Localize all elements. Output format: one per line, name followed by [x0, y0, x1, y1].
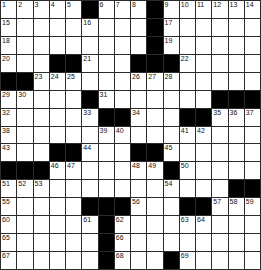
clue-number: 25 — [67, 73, 75, 81]
cell-r3c13[interactable] — [196, 37, 211, 54]
black-cell-r4c11 — [164, 55, 179, 72]
cell-r1c13[interactable]: 11 — [196, 1, 211, 18]
clue-number: 15 — [2, 19, 10, 27]
cell-r2c8[interactable] — [115, 19, 130, 36]
cell-r11c4[interactable] — [50, 180, 65, 197]
cell-r3c15[interactable] — [229, 37, 244, 54]
cell-r6c5[interactable] — [66, 91, 81, 108]
cell-r6c8[interactable] — [115, 91, 130, 108]
cell-r9c2[interactable] — [17, 144, 32, 161]
black-cell-r5c1 — [1, 73, 16, 90]
cell-r2c1[interactable]: 15 — [1, 19, 16, 36]
cell-r7c11[interactable] — [164, 109, 179, 126]
cell-r13c3[interactable] — [34, 216, 49, 233]
cell-r13c15[interactable] — [229, 216, 244, 233]
black-cell-r7c8 — [115, 109, 130, 126]
clue-number: 29 — [2, 91, 10, 99]
cell-r15c15[interactable] — [229, 252, 244, 269]
cell-r15c1[interactable]: 67 — [1, 252, 16, 269]
black-cell-r11c16 — [245, 180, 260, 197]
clue-number: 2 — [18, 1, 22, 9]
cell-r11c14[interactable] — [212, 180, 227, 197]
clue-number: 4 — [51, 1, 55, 9]
black-cell-r7c7 — [99, 109, 114, 126]
cell-r13c10[interactable] — [147, 216, 162, 233]
cell-r9c12[interactable] — [180, 144, 195, 161]
cell-r15c4[interactable] — [50, 252, 65, 269]
black-cell-r11c15 — [229, 180, 244, 197]
cell-r9c1[interactable]: 43 — [1, 144, 16, 161]
cell-r6c3[interactable] — [34, 91, 49, 108]
cell-r11c5[interactable] — [66, 180, 81, 197]
black-cell-r12c6 — [82, 198, 97, 215]
cell-r12c10[interactable] — [147, 198, 162, 215]
cell-r9c13[interactable] — [196, 144, 211, 161]
cell-r4c16[interactable] — [245, 55, 260, 72]
clue-number: 52 — [18, 180, 26, 188]
cell-r6c4[interactable] — [50, 91, 65, 108]
cell-r3c16[interactable] — [245, 37, 260, 54]
cell-r14c16[interactable] — [245, 234, 260, 251]
cell-r7c2[interactable] — [17, 109, 32, 126]
cell-r4c1[interactable]: 20 — [1, 55, 16, 72]
cell-r9c16[interactable] — [245, 144, 260, 161]
cell-r2c3[interactable] — [34, 19, 49, 36]
cell-r13c5[interactable] — [66, 216, 81, 233]
cell-r4c12[interactable]: 22 — [180, 55, 195, 72]
cell-r3c5[interactable] — [66, 37, 81, 54]
cell-r8c3[interactable] — [34, 127, 49, 144]
cell-r8c12[interactable]: 41 — [180, 127, 195, 144]
clue-number: 34 — [132, 109, 140, 117]
black-cell-r4c9 — [131, 55, 146, 72]
cell-r13c12[interactable]: 63 — [180, 216, 195, 233]
black-cell-r10c3 — [34, 162, 49, 179]
cell-r5c11[interactable]: 28 — [164, 73, 179, 90]
cell-r8c16[interactable] — [245, 127, 260, 144]
black-cell-r3c10 — [147, 37, 162, 54]
clue-number: 13 — [230, 1, 238, 9]
cell-r5c8[interactable] — [115, 73, 130, 90]
cell-r7c3[interactable] — [34, 109, 49, 126]
cell-r5c12[interactable] — [180, 73, 195, 90]
cell-r2c4[interactable] — [50, 19, 65, 36]
cell-r10c9[interactable]: 48 — [131, 162, 146, 179]
cell-r14c2[interactable] — [17, 234, 32, 251]
cell-r8c13[interactable]: 42 — [196, 127, 211, 144]
clue-number: 49 — [148, 162, 156, 170]
cell-r15c5[interactable] — [66, 252, 81, 269]
cell-r7c6[interactable]: 33 — [82, 109, 97, 126]
cell-r4c14[interactable] — [212, 55, 227, 72]
cell-r9c8[interactable] — [115, 144, 130, 161]
cell-r4c13[interactable] — [196, 55, 211, 72]
cell-r12c16[interactable]: 59 — [245, 198, 260, 215]
cell-r13c16[interactable] — [245, 216, 260, 233]
cell-r14c14[interactable] — [212, 234, 227, 251]
black-cell-r4c4 — [50, 55, 65, 72]
cell-r10c14[interactable] — [212, 162, 227, 179]
black-cell-r6c14 — [212, 91, 227, 108]
clue-number: 55 — [2, 198, 10, 206]
cell-r5c10[interactable]: 27 — [147, 73, 162, 90]
clue-number: 67 — [2, 252, 10, 260]
cell-r15c8[interactable]: 68 — [115, 252, 130, 269]
clue-number: 32 — [2, 109, 10, 117]
cell-r15c9[interactable] — [131, 252, 146, 269]
cell-r8c9[interactable] — [131, 127, 146, 144]
cell-r14c3[interactable] — [34, 234, 49, 251]
black-cell-r13c7 — [99, 216, 114, 233]
black-cell-r6c15 — [229, 91, 244, 108]
clue-number: 58 — [230, 198, 238, 206]
cell-r6c2[interactable]: 30 — [17, 91, 32, 108]
clue-number: 33 — [83, 109, 91, 117]
black-cell-r2c10 — [147, 19, 162, 36]
cell-r9c7[interactable] — [99, 144, 114, 161]
cell-r13c9[interactable] — [131, 216, 146, 233]
cell-r15c14[interactable] — [212, 252, 227, 269]
black-cell-r1c6 — [82, 1, 97, 18]
cell-r5c6[interactable] — [82, 73, 97, 90]
crossword-grid: 1234567891011121314151617181920212223242… — [0, 0, 261, 270]
cell-r10c12[interactable]: 50 — [180, 162, 195, 179]
cell-r5c3[interactable]: 23 — [34, 73, 49, 90]
cell-r1c12[interactable]: 10 — [180, 1, 195, 18]
cell-r7c1[interactable]: 32 — [1, 109, 16, 126]
cell-r11c12[interactable] — [180, 180, 195, 197]
cell-r5c13[interactable] — [196, 73, 211, 90]
cell-r14c6[interactable] — [82, 234, 97, 251]
cell-r3c8[interactable] — [115, 37, 130, 54]
clue-number: 14 — [246, 1, 254, 9]
cell-r8c5[interactable] — [66, 127, 81, 144]
cell-r7c5[interactable] — [66, 109, 81, 126]
cell-r11c2[interactable]: 52 — [17, 180, 32, 197]
black-cell-r10c2 — [17, 162, 32, 179]
cell-r9c6[interactable]: 44 — [82, 144, 97, 161]
cell-r1c5[interactable]: 5 — [66, 1, 81, 18]
cell-r2c11[interactable]: 17 — [164, 19, 179, 36]
cell-r6c13[interactable] — [196, 91, 211, 108]
cell-r5c16[interactable] — [245, 73, 260, 90]
cell-r8c10[interactable] — [147, 127, 162, 144]
black-cell-r12c7 — [99, 198, 114, 215]
cell-r11c8[interactable] — [115, 180, 130, 197]
cell-r2c2[interactable] — [17, 19, 32, 36]
cell-r14c5[interactable] — [66, 234, 81, 251]
clue-number: 56 — [132, 198, 140, 206]
cell-r8c15[interactable] — [229, 127, 244, 144]
cell-r13c6[interactable]: 61 — [82, 216, 97, 233]
clue-number: 50 — [181, 162, 189, 170]
cell-r7c10[interactable] — [147, 109, 162, 126]
cell-r2c9[interactable] — [131, 19, 146, 36]
cell-r7c16[interactable]: 37 — [245, 109, 260, 126]
clue-number: 27 — [148, 73, 156, 81]
clue-number: 54 — [165, 180, 173, 188]
cell-r10c5[interactable]: 47 — [66, 162, 81, 179]
cell-r8c4[interactable] — [50, 127, 65, 144]
cell-r14c15[interactable] — [229, 234, 244, 251]
clue-number: 30 — [18, 91, 26, 99]
cell-r11c3[interactable]: 53 — [34, 180, 49, 197]
cell-r12c9[interactable]: 56 — [131, 198, 146, 215]
clue-number: 24 — [51, 73, 59, 81]
clue-number: 19 — [165, 37, 173, 45]
cell-r1c8[interactable]: 7 — [115, 1, 130, 18]
clue-number: 28 — [165, 73, 173, 81]
cell-r7c15[interactable]: 36 — [229, 109, 244, 126]
clue-number: 7 — [116, 1, 120, 9]
clue-number: 61 — [83, 216, 91, 224]
cell-r10c13[interactable] — [196, 162, 211, 179]
cell-r13c8[interactable]: 62 — [115, 216, 130, 233]
cell-r4c7[interactable] — [99, 55, 114, 72]
cell-r9c11[interactable]: 45 — [164, 144, 179, 161]
cell-r11c11[interactable]: 54 — [164, 180, 179, 197]
cell-r1c7[interactable]: 6 — [99, 1, 114, 18]
clue-number: 68 — [116, 252, 124, 260]
cell-r5c14[interactable] — [212, 73, 227, 90]
cell-r2c6[interactable]: 16 — [82, 19, 97, 36]
cell-r9c3[interactable] — [34, 144, 49, 161]
cell-r15c10[interactable] — [147, 252, 162, 269]
cell-r4c2[interactable] — [17, 55, 32, 72]
clue-number: 42 — [197, 127, 205, 135]
black-cell-r12c8 — [115, 198, 130, 215]
cell-r12c14[interactable]: 57 — [212, 198, 227, 215]
cell-r12c2[interactable] — [17, 198, 32, 215]
clue-number: 16 — [83, 19, 91, 27]
cell-r4c6[interactable]: 21 — [82, 55, 97, 72]
clue-number: 3 — [35, 1, 39, 9]
cell-r11c7[interactable] — [99, 180, 114, 197]
cell-r12c4[interactable] — [50, 198, 65, 215]
cell-r3c7[interactable] — [99, 37, 114, 54]
cell-r11c9[interactable] — [131, 180, 146, 197]
cell-r1c16[interactable]: 14 — [245, 1, 260, 18]
cell-r14c12[interactable] — [180, 234, 195, 251]
clue-number: 66 — [116, 234, 124, 242]
cell-r15c16[interactable] — [245, 252, 260, 269]
black-cell-r9c10 — [147, 144, 162, 161]
clue-number: 26 — [132, 73, 140, 81]
black-cell-r1c10 — [147, 1, 162, 18]
cell-r15c2[interactable] — [17, 252, 32, 269]
clue-number: 59 — [246, 198, 254, 206]
clue-number: 8 — [132, 1, 136, 9]
cell-r7c4[interactable] — [50, 109, 65, 126]
clue-number: 41 — [181, 127, 189, 135]
clue-number: 35 — [213, 109, 221, 117]
black-cell-r6c16 — [245, 91, 260, 108]
cell-r8c6[interactable] — [82, 127, 97, 144]
black-cell-r12c13 — [196, 198, 211, 215]
black-cell-r4c5 — [66, 55, 81, 72]
cell-r14c11[interactable] — [164, 234, 179, 251]
black-cell-r10c11 — [164, 162, 179, 179]
cell-r10c4[interactable]: 46 — [50, 162, 65, 179]
clue-number: 65 — [2, 234, 10, 242]
black-cell-r5c2 — [17, 73, 32, 90]
clue-number: 39 — [100, 127, 108, 135]
crossword-puzzle: 1234567891011121314151617181920212223242… — [0, 0, 261, 270]
clue-number: 11 — [197, 1, 204, 9]
cell-r12c15[interactable]: 58 — [229, 198, 244, 215]
cell-r1c3[interactable]: 3 — [34, 1, 49, 18]
cell-r3c11[interactable]: 19 — [164, 37, 179, 54]
clue-number: 17 — [165, 19, 173, 27]
cell-r9c14[interactable] — [212, 144, 227, 161]
cell-r11c6[interactable] — [82, 180, 97, 197]
cell-r5c7[interactable] — [99, 73, 114, 90]
cell-r6c7[interactable]: 31 — [99, 91, 114, 108]
cell-r4c15[interactable] — [229, 55, 244, 72]
cell-r4c3[interactable] — [34, 55, 49, 72]
cell-r9c15[interactable] — [229, 144, 244, 161]
cell-r14c9[interactable] — [131, 234, 146, 251]
cell-r5c15[interactable] — [229, 73, 244, 90]
cell-r10c16[interactable] — [245, 162, 260, 179]
cell-r12c3[interactable] — [34, 198, 49, 215]
cell-r14c1[interactable]: 65 — [1, 234, 16, 251]
cell-r14c8[interactable]: 66 — [115, 234, 130, 251]
clue-number: 43 — [2, 144, 10, 152]
black-cell-r10c1 — [1, 162, 16, 179]
cell-r14c4[interactable] — [50, 234, 65, 251]
cell-r3c1[interactable]: 18 — [1, 37, 16, 54]
clue-number: 63 — [181, 216, 189, 224]
cell-r13c4[interactable] — [50, 216, 65, 233]
cell-r10c8[interactable] — [115, 162, 130, 179]
clue-number: 21 — [83, 55, 91, 63]
cell-r12c11[interactable] — [164, 198, 179, 215]
cell-r14c10[interactable] — [147, 234, 162, 251]
clue-number: 37 — [246, 109, 254, 117]
cell-r10c7[interactable] — [99, 162, 114, 179]
clue-number: 51 — [2, 180, 10, 188]
cell-r5c5[interactable]: 25 — [66, 73, 81, 90]
cell-r6c12[interactable] — [180, 91, 195, 108]
cell-r11c1[interactable]: 51 — [1, 180, 16, 197]
clue-number: 5 — [67, 1, 71, 9]
cell-r6c1[interactable]: 29 — [1, 91, 16, 108]
black-cell-r9c4 — [50, 144, 65, 161]
cell-r2c5[interactable] — [66, 19, 81, 36]
cell-r13c2[interactable] — [17, 216, 32, 233]
clue-number: 62 — [116, 216, 124, 224]
cell-r15c6[interactable] — [82, 252, 97, 269]
clue-number: 20 — [2, 55, 10, 63]
clue-number: 31 — [100, 91, 108, 99]
black-cell-r6c6 — [82, 91, 97, 108]
cell-r2c16[interactable] — [245, 19, 260, 36]
cell-r8c11[interactable] — [164, 127, 179, 144]
clue-number: 53 — [35, 180, 43, 188]
cell-r2c13[interactable] — [196, 19, 211, 36]
clue-number: 40 — [116, 127, 124, 135]
cell-r15c12[interactable]: 69 — [180, 252, 195, 269]
cell-r8c14[interactable] — [212, 127, 227, 144]
cell-r12c1[interactable]: 55 — [1, 198, 16, 215]
cell-r13c14[interactable] — [212, 216, 227, 233]
cell-r3c6[interactable] — [82, 37, 97, 54]
clue-number: 45 — [165, 144, 173, 152]
cell-r6c10[interactable] — [147, 91, 162, 108]
clue-number: 9 — [165, 1, 169, 9]
cell-r15c13[interactable] — [196, 252, 211, 269]
cell-r3c12[interactable] — [180, 37, 195, 54]
cell-r6c9[interactable] — [131, 91, 146, 108]
cell-r1c14[interactable]: 12 — [212, 1, 227, 18]
clue-number: 6 — [100, 1, 104, 9]
cell-r1c4[interactable]: 4 — [50, 1, 65, 18]
cell-r7c9[interactable]: 34 — [131, 109, 146, 126]
cell-r8c1[interactable]: 38 — [1, 127, 16, 144]
cell-r5c4[interactable]: 24 — [50, 73, 65, 90]
clue-number: 18 — [2, 37, 10, 45]
clue-number: 22 — [181, 55, 189, 63]
cell-r6c11[interactable] — [164, 91, 179, 108]
cell-r3c14[interactable] — [212, 37, 227, 54]
black-cell-r9c5 — [66, 144, 81, 161]
cell-r10c15[interactable] — [229, 162, 244, 179]
cell-r8c7[interactable]: 39 — [99, 127, 114, 144]
cell-r1c2[interactable]: 2 — [17, 1, 32, 18]
cell-r13c11[interactable] — [164, 216, 179, 233]
clue-number: 44 — [83, 144, 91, 152]
cell-r8c2[interactable] — [17, 127, 32, 144]
cell-r3c4[interactable] — [50, 37, 65, 54]
clue-number: 23 — [35, 73, 43, 81]
black-cell-r7c12 — [180, 109, 195, 126]
cell-r2c7[interactable] — [99, 19, 114, 36]
cell-r15c3[interactable] — [34, 252, 49, 269]
cell-r5c9[interactable]: 26 — [131, 73, 146, 90]
cell-r7c14[interactable]: 35 — [212, 109, 227, 126]
cell-r12c5[interactable] — [66, 198, 81, 215]
cell-r14c13[interactable] — [196, 234, 211, 251]
cell-r13c1[interactable]: 60 — [1, 216, 16, 233]
black-cell-r15c11 — [164, 252, 179, 269]
clue-number: 64 — [197, 216, 205, 224]
cell-r13c13[interactable]: 64 — [196, 216, 211, 233]
clue-number: 36 — [230, 109, 238, 117]
cell-r3c3[interactable] — [34, 37, 49, 54]
cell-r2c12[interactable] — [180, 19, 195, 36]
cell-r2c14[interactable] — [212, 19, 227, 36]
cell-r11c13[interactable] — [196, 180, 211, 197]
cell-r8c8[interactable]: 40 — [115, 127, 130, 144]
cell-r10c6[interactable] — [82, 162, 97, 179]
cell-r4c8[interactable] — [115, 55, 130, 72]
clue-number: 12 — [213, 1, 221, 9]
cell-r2c15[interactable] — [229, 19, 244, 36]
cell-r1c11[interactable]: 9 — [164, 1, 179, 18]
cell-r1c1[interactable]: 1 — [1, 1, 16, 18]
black-cell-r9c9 — [131, 144, 146, 161]
cell-r1c15[interactable]: 13 — [229, 1, 244, 18]
cell-r3c9[interactable] — [131, 37, 146, 54]
cell-r1c9[interactable]: 8 — [131, 1, 146, 18]
cell-r11c10[interactable] — [147, 180, 162, 197]
clue-number: 47 — [67, 162, 75, 170]
cell-r3c2[interactable] — [17, 37, 32, 54]
clue-number: 60 — [2, 216, 10, 224]
cell-r10c10[interactable]: 49 — [147, 162, 162, 179]
clue-number: 10 — [181, 1, 189, 9]
